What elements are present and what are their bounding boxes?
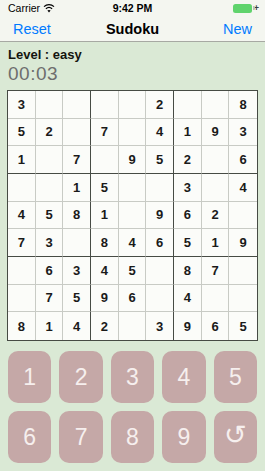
key-6[interactable]: 6 bbox=[8, 411, 51, 463]
undo-button[interactable]: ↺ bbox=[214, 411, 257, 463]
key-8[interactable]: 8 bbox=[111, 411, 154, 463]
status-bar: Carrier 9:42 PM + bbox=[0, 0, 265, 16]
sudoku-cell-r1c7[interactable] bbox=[174, 91, 202, 119]
sudoku-cell-r6c3[interactable] bbox=[63, 229, 91, 257]
reset-button[interactable]: Reset bbox=[13, 21, 51, 37]
sudoku-cell-r8c8[interactable] bbox=[202, 285, 230, 313]
sudoku-cell-r5c2[interactable]: 5 bbox=[36, 202, 64, 230]
timer: 00:03 bbox=[8, 63, 265, 84]
navigation-bar: Reset Sudoku New bbox=[0, 16, 265, 42]
sudoku-cell-r5c7[interactable]: 6 bbox=[174, 202, 202, 230]
sudoku-cell-r5c4[interactable]: 1 bbox=[91, 202, 119, 230]
sudoku-cell-r2c9[interactable]: 3 bbox=[229, 119, 257, 147]
sudoku-cell-r4c5[interactable] bbox=[119, 174, 147, 202]
sudoku-cell-r6c2[interactable]: 3 bbox=[36, 229, 64, 257]
sudoku-cell-r6c7[interactable]: 5 bbox=[174, 229, 202, 257]
sudoku-cell-r8c6[interactable] bbox=[146, 285, 174, 313]
sudoku-cell-r1c4[interactable] bbox=[91, 91, 119, 119]
sudoku-cell-r7c3[interactable]: 3 bbox=[63, 257, 91, 285]
sudoku-cell-r4c6[interactable] bbox=[146, 174, 174, 202]
sudoku-cell-r2c5[interactable] bbox=[119, 119, 147, 147]
sudoku-cell-r5c3[interactable]: 8 bbox=[63, 202, 91, 230]
sudoku-cell-r1c9[interactable]: 8 bbox=[229, 91, 257, 119]
undo-icon: ↺ bbox=[224, 422, 247, 449]
sudoku-cell-r1c6[interactable]: 2 bbox=[146, 91, 174, 119]
sudoku-cell-r3c1[interactable]: 1 bbox=[8, 146, 36, 174]
sudoku-cell-r8c5[interactable]: 6 bbox=[119, 285, 147, 313]
sudoku-cell-r2c8[interactable]: 9 bbox=[202, 119, 230, 147]
sudoku-cell-r9c6[interactable]: 3 bbox=[146, 312, 174, 340]
sudoku-cell-r2c6[interactable]: 4 bbox=[146, 119, 174, 147]
keypad: 123456789↺ bbox=[8, 351, 257, 463]
sudoku-cell-r8c9[interactable] bbox=[229, 285, 257, 313]
sudoku-cell-r2c3[interactable] bbox=[63, 119, 91, 147]
sudoku-cell-r5c5[interactable] bbox=[119, 202, 147, 230]
sudoku-cell-r6c8[interactable]: 1 bbox=[202, 229, 230, 257]
sudoku-cell-r3c2[interactable] bbox=[36, 146, 64, 174]
key-7[interactable]: 7 bbox=[59, 411, 102, 463]
sudoku-cell-r9c1[interactable]: 8 bbox=[8, 312, 36, 340]
sudoku-cell-r1c2[interactable] bbox=[36, 91, 64, 119]
sudoku-cell-r8c7[interactable]: 4 bbox=[174, 285, 202, 313]
sudoku-cell-r4c3[interactable]: 1 bbox=[63, 174, 91, 202]
sudoku-cell-r9c5[interactable] bbox=[119, 312, 147, 340]
sudoku-cell-r3c9[interactable]: 6 bbox=[229, 146, 257, 174]
sudoku-cell-r7c2[interactable]: 6 bbox=[36, 257, 64, 285]
key-4[interactable]: 4 bbox=[162, 351, 205, 403]
sudoku-cell-r4c8[interactable] bbox=[202, 174, 230, 202]
sudoku-cell-r4c2[interactable] bbox=[36, 174, 64, 202]
sudoku-cell-r8c4[interactable]: 9 bbox=[91, 285, 119, 313]
sudoku-cell-r1c3[interactable] bbox=[63, 91, 91, 119]
battery-icon bbox=[233, 4, 252, 13]
sudoku-cell-r7c8[interactable]: 7 bbox=[202, 257, 230, 285]
key-3[interactable]: 3 bbox=[111, 351, 154, 403]
sudoku-cell-r7c1[interactable] bbox=[8, 257, 36, 285]
sudoku-cell-r9c3[interactable]: 4 bbox=[63, 312, 91, 340]
sudoku-cell-r7c4[interactable]: 4 bbox=[91, 257, 119, 285]
sudoku-cell-r9c4[interactable]: 2 bbox=[91, 312, 119, 340]
sudoku-cell-r6c4[interactable]: 8 bbox=[91, 229, 119, 257]
sudoku-cell-r6c6[interactable]: 6 bbox=[146, 229, 174, 257]
sudoku-cell-r3c4[interactable] bbox=[91, 146, 119, 174]
sudoku-cell-r5c1[interactable]: 4 bbox=[8, 202, 36, 230]
sudoku-cell-r4c4[interactable]: 5 bbox=[91, 174, 119, 202]
sudoku-cell-r5c6[interactable]: 9 bbox=[146, 202, 174, 230]
sudoku-cell-r7c9[interactable] bbox=[229, 257, 257, 285]
sudoku-cell-r7c6[interactable] bbox=[146, 257, 174, 285]
sudoku-cell-r2c2[interactable]: 2 bbox=[36, 119, 64, 147]
sudoku-cell-r1c8[interactable] bbox=[202, 91, 230, 119]
sudoku-cell-r9c2[interactable]: 1 bbox=[36, 312, 64, 340]
key-2[interactable]: 2 bbox=[59, 351, 102, 403]
sudoku-cell-r6c9[interactable]: 9 bbox=[229, 229, 257, 257]
key-5[interactable]: 5 bbox=[214, 351, 257, 403]
new-button[interactable]: New bbox=[223, 21, 252, 37]
sudoku-cell-r7c7[interactable]: 8 bbox=[174, 257, 202, 285]
sudoku-cell-r1c5[interactable] bbox=[119, 91, 147, 119]
sudoku-cell-r6c5[interactable]: 4 bbox=[119, 229, 147, 257]
sudoku-cell-r4c7[interactable]: 3 bbox=[174, 174, 202, 202]
key-9[interactable]: 9 bbox=[162, 411, 205, 463]
sudoku-cell-r3c6[interactable]: 5 bbox=[146, 146, 174, 174]
sudoku-cell-r8c1[interactable] bbox=[8, 285, 36, 313]
sudoku-board: 3285274193179526153445819627384651963458… bbox=[7, 90, 258, 341]
top-bar: Carrier 9:42 PM + Reset Sudoku New bbox=[0, 0, 265, 42]
sudoku-cell-r2c7[interactable]: 1 bbox=[174, 119, 202, 147]
sudoku-cell-r3c8[interactable] bbox=[202, 146, 230, 174]
sudoku-cell-r9c7[interactable]: 9 bbox=[174, 312, 202, 340]
sudoku-cell-r1c1[interactable]: 3 bbox=[8, 91, 36, 119]
sudoku-cell-r2c4[interactable]: 7 bbox=[91, 119, 119, 147]
sudoku-cell-r5c8[interactable]: 2 bbox=[202, 202, 230, 230]
sudoku-cell-r3c7[interactable]: 2 bbox=[174, 146, 202, 174]
level-label: Level : easy bbox=[8, 47, 265, 62]
sudoku-cell-r9c8[interactable]: 6 bbox=[202, 312, 230, 340]
sudoku-cell-r8c2[interactable]: 7 bbox=[36, 285, 64, 313]
sudoku-cell-r3c3[interactable]: 7 bbox=[63, 146, 91, 174]
sudoku-cell-r7c5[interactable]: 5 bbox=[119, 257, 147, 285]
sudoku-cell-r8c3[interactable]: 5 bbox=[63, 285, 91, 313]
sudoku-cell-r2c1[interactable]: 5 bbox=[8, 119, 36, 147]
sudoku-cell-r9c9[interactable]: 5 bbox=[229, 312, 257, 340]
sudoku-cell-r4c9[interactable]: 4 bbox=[229, 174, 257, 202]
sudoku-cell-r5c9[interactable] bbox=[229, 202, 257, 230]
status-clock: 9:42 PM bbox=[0, 2, 265, 14]
sudoku-cell-r6c1[interactable]: 7 bbox=[8, 229, 36, 257]
sudoku-cell-r4c1[interactable] bbox=[8, 174, 36, 202]
sudoku-cell-r3c5[interactable]: 9 bbox=[119, 146, 147, 174]
key-1[interactable]: 1 bbox=[8, 351, 51, 403]
